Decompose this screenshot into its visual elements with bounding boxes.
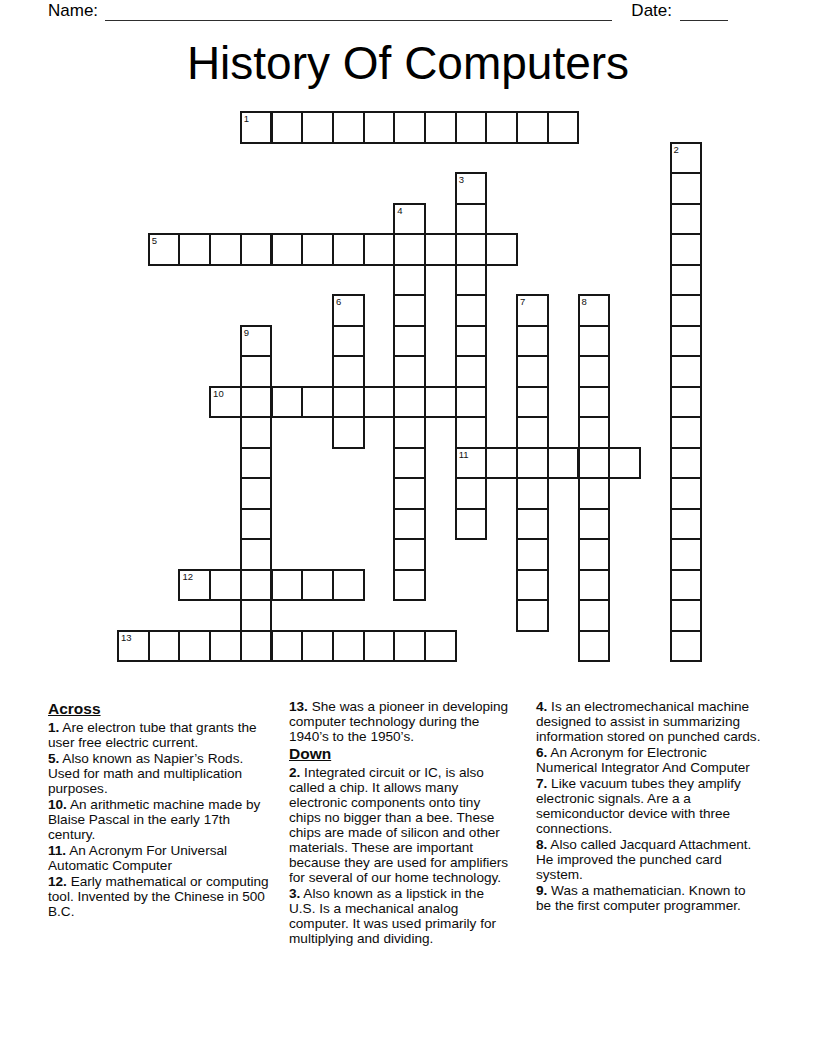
grid-cell-r12c18[interactable] (670, 477, 703, 510)
grid-cell-r0c8[interactable] (363, 111, 396, 144)
clue-number: 10. (48, 797, 67, 812)
clue-7: 7. Like vacuum tubes they amplify electr… (536, 776, 761, 836)
grid-cell-r7c7[interactable] (332, 325, 365, 358)
clue-2: 2. Integrated circuit or IC, is also cal… (289, 765, 514, 885)
grid-cell-r4c8[interactable] (363, 233, 396, 266)
grid-cell-r13c11[interactable] (455, 508, 488, 541)
grid-cell-r8c4[interactable] (240, 355, 273, 388)
cell-number-10: 10 (213, 388, 224, 399)
grid-cell-r9c4[interactable] (240, 386, 273, 419)
grid-cell-r6c11[interactable] (455, 294, 488, 327)
grid-cell-r14c15[interactable] (578, 538, 611, 571)
grid-cell-r12c9[interactable] (393, 477, 426, 510)
clue-number: 3. (289, 886, 300, 901)
grid-cell-r7c4[interactable]: 9 (240, 325, 273, 358)
clue-number: 11. (48, 843, 66, 858)
grid-cell-r11c13[interactable] (516, 447, 549, 480)
grid-cell-r4c6[interactable] (301, 233, 334, 266)
grid-cell-r17c5[interactable] (271, 630, 304, 663)
grid-cell-r4c4[interactable] (240, 233, 273, 266)
clue-number: 9. (536, 883, 547, 898)
crossword-grid: 15101112132346789 (117, 111, 703, 663)
clue-5: 5. Also known as Napier’s Rods. Used for… (48, 751, 273, 796)
grid-cell-r8c7[interactable] (332, 355, 365, 388)
grid-cell-r8c9[interactable] (393, 355, 426, 388)
grid-cell-r5c11[interactable] (455, 264, 488, 297)
grid-cell-r7c9[interactable] (393, 325, 426, 358)
clue-1: 1. Are electron tube that grants the use… (48, 720, 273, 750)
grid-cell-r7c13[interactable] (516, 325, 549, 358)
grid-cell-r9c6[interactable] (301, 386, 334, 419)
grid-cell-r3c18[interactable] (670, 203, 703, 236)
clue-4: 4. Is an electromechanical machine desig… (536, 699, 761, 744)
grid-cell-r4c5[interactable] (271, 233, 304, 266)
grid-cell-r4c3[interactable] (209, 233, 242, 266)
grid-cell-r1c18[interactable]: 2 (670, 142, 703, 175)
grid-cell-r6c9[interactable] (393, 294, 426, 327)
grid-cell-r17c18[interactable] (670, 630, 703, 663)
clue-13: 13. She was a pioneer in developing comp… (289, 699, 514, 744)
grid-cell-r9c7[interactable] (332, 386, 365, 419)
cell-number-6: 6 (336, 296, 341, 307)
cell-number-5: 5 (152, 235, 157, 246)
grid-cell-r10c15[interactable] (578, 416, 611, 449)
date-input-line[interactable] (680, 0, 728, 21)
grid-cell-r17c8[interactable] (363, 630, 396, 663)
clue-number: 2. (289, 765, 300, 780)
grid-cell-r16c13[interactable] (516, 599, 549, 632)
across-header: Across (48, 700, 273, 717)
grid-cell-r13c13[interactable] (516, 508, 549, 541)
grid-cell-r9c9[interactable] (393, 386, 426, 419)
grid-cell-r7c18[interactable] (670, 325, 703, 358)
grid-cell-r11c15[interactable] (578, 447, 611, 480)
grid-cell-r6c18[interactable] (670, 294, 703, 327)
grid-cell-r10c9[interactable] (393, 416, 426, 449)
down-header: Down (289, 745, 514, 762)
grid-cell-r14c4[interactable] (240, 538, 273, 571)
grid-cell-r9c15[interactable] (578, 386, 611, 419)
grid-cell-r14c18[interactable] (670, 538, 703, 571)
grid-cell-r17c7[interactable] (332, 630, 365, 663)
grid-cell-r0c14[interactable] (547, 111, 580, 144)
grid-cell-r4c1[interactable]: 5 (148, 233, 181, 266)
clue-column-1: Across1. Are electron tube that grants t… (48, 699, 273, 920)
cell-number-7: 7 (520, 296, 525, 307)
clue-11: 11. An Acronym For Universal Automatic C… (48, 843, 273, 873)
grid-cell-r16c18[interactable] (670, 599, 703, 632)
name-date-bar: Name: Date: (48, 0, 728, 21)
cell-number-9: 9 (244, 327, 249, 338)
cell-number-4: 4 (397, 205, 402, 216)
grid-cell-r15c3[interactable] (209, 569, 242, 602)
grid-cell-r4c7[interactable] (332, 233, 365, 266)
grid-cell-r3c9[interactable]: 4 (393, 203, 426, 236)
grid-cell-r2c18[interactable] (670, 172, 703, 205)
clue-number: 5. (48, 751, 59, 766)
grid-cell-r10c18[interactable] (670, 416, 703, 449)
grid-cell-r5c9[interactable] (393, 264, 426, 297)
grid-cell-r4c18[interactable] (670, 233, 703, 266)
clue-number: 1. (48, 720, 59, 735)
grid-cell-r0c13[interactable] (516, 111, 549, 144)
grid-cell-r9c10[interactable] (424, 386, 457, 419)
grid-cell-r11c12[interactable] (485, 447, 518, 480)
grid-cell-r9c13[interactable] (516, 386, 549, 419)
grid-cell-r9c18[interactable] (670, 386, 703, 419)
cell-number-13: 13 (121, 632, 132, 643)
grid-cell-r8c18[interactable] (670, 355, 703, 388)
grid-cell-r9c5[interactable] (271, 386, 304, 419)
grid-cell-r15c2[interactable]: 12 (178, 569, 211, 602)
grid-cell-r10c11[interactable] (455, 416, 488, 449)
grid-cell-r14c13[interactable] (516, 538, 549, 571)
clue-9: 9. Was a mathematician. Known to be the … (536, 883, 761, 913)
clue-number: 6. (536, 745, 547, 760)
grid-cell-r4c2[interactable] (178, 233, 211, 266)
grid-cell-r11c14[interactable] (547, 447, 580, 480)
grid-cell-r6c7[interactable]: 6 (332, 294, 365, 327)
grid-cell-r0c4[interactable]: 1 (240, 111, 273, 144)
grid-cell-r17c4[interactable] (240, 630, 273, 663)
clue-8: 8. Also called Jacquard Attachment. He i… (536, 837, 761, 882)
grid-cell-r15c15[interactable] (578, 569, 611, 602)
grid-cell-r4c10[interactable] (424, 233, 457, 266)
grid-cell-r8c13[interactable] (516, 355, 549, 388)
grid-cell-r15c5[interactable] (271, 569, 304, 602)
grid-cell-r0c10[interactable] (424, 111, 457, 144)
clue-column-3: 4. Is an electromechanical machine desig… (536, 699, 761, 914)
grid-cell-r0c7[interactable] (332, 111, 365, 144)
grid-cell-r13c15[interactable] (578, 508, 611, 541)
grid-cell-r3c11[interactable] (455, 203, 488, 236)
clue-number: 4. (536, 699, 547, 714)
grid-cell-r11c11[interactable]: 11 (455, 447, 488, 480)
grid-cell-r17c0[interactable]: 13 (117, 630, 150, 663)
grid-cell-r10c7[interactable] (332, 416, 365, 449)
grid-cell-r8c11[interactable] (455, 355, 488, 388)
cell-number-11: 11 (459, 449, 469, 460)
grid-cell-r0c12[interactable] (485, 111, 518, 144)
grid-cell-r12c15[interactable] (578, 477, 611, 510)
grid-cell-r11c16[interactable] (608, 447, 641, 480)
cell-number-12: 12 (182, 571, 193, 582)
clue-3: 3. Also known as a lipstick in the U.S. … (289, 886, 514, 946)
grid-cell-r16c4[interactable] (240, 599, 273, 632)
grid-cell-r13c9[interactable] (393, 508, 426, 541)
clue-column-2: 13. She was a pioneer in developing comp… (289, 699, 514, 947)
clue-10: 10. An arithmetic machine made by Blaise… (48, 797, 273, 842)
cell-number-2: 2 (674, 144, 679, 155)
grid-cell-r11c4[interactable] (240, 447, 273, 480)
grid-cell-r0c9[interactable] (393, 111, 426, 144)
grid-cell-r9c8[interactable] (363, 386, 396, 419)
grid-cell-r15c6[interactable] (301, 569, 334, 602)
grid-cell-r15c7[interactable] (332, 569, 365, 602)
grid-cell-r9c11[interactable] (455, 386, 488, 419)
grid-cell-r9c3[interactable]: 10 (209, 386, 242, 419)
grid-cell-r15c4[interactable] (240, 569, 273, 602)
grid-cell-r17c10[interactable] (424, 630, 457, 663)
grid-cell-r0c6[interactable] (301, 111, 334, 144)
grid-cell-r10c4[interactable] (240, 416, 273, 449)
clue-number: 12. (48, 874, 67, 889)
grid-cell-r11c18[interactable] (670, 447, 703, 480)
grid-cell-r4c11[interactable] (455, 233, 488, 266)
grid-cell-r17c2[interactable] (178, 630, 211, 663)
cell-number-3: 3 (459, 174, 464, 185)
grid-cell-r12c13[interactable] (516, 477, 549, 510)
date-label: Date: (631, 1, 672, 21)
grid-cell-r17c9[interactable] (393, 630, 426, 663)
name-label: Name: (48, 1, 98, 21)
grid-cell-r4c12[interactable] (485, 233, 518, 266)
clue-12: 12. Early mathematical or computing tool… (48, 874, 273, 919)
grid-cell-r7c15[interactable] (578, 325, 611, 358)
grid-cell-r17c6[interactable] (301, 630, 334, 663)
clue-number: 8. (536, 837, 547, 852)
grid-cell-r12c11[interactable] (455, 477, 488, 510)
grid-cell-r15c9[interactable] (393, 569, 426, 602)
grid-cell-r4c9[interactable] (393, 233, 426, 266)
grid-cell-r11c9[interactable] (393, 447, 426, 480)
grid-cell-r17c15[interactable] (578, 630, 611, 663)
grid-cell-r13c18[interactable] (670, 508, 703, 541)
cell-number-1: 1 (244, 113, 249, 124)
clue-number: 13. (289, 699, 308, 714)
name-input-line[interactable] (105, 0, 612, 21)
grid-cell-r10c13[interactable] (516, 416, 549, 449)
grid-cell-r15c13[interactable] (516, 569, 549, 602)
grid-cell-r12c4[interactable] (240, 477, 273, 510)
grid-cell-r8c15[interactable] (578, 355, 611, 388)
grid-cell-r7c11[interactable] (455, 325, 488, 358)
grid-cell-r15c18[interactable] (670, 569, 703, 602)
grid-cell-r2c11[interactable]: 3 (455, 172, 488, 205)
page-title: History Of Computers (0, 36, 816, 90)
cell-number-8: 8 (582, 296, 587, 307)
grid-cell-r16c15[interactable] (578, 599, 611, 632)
grid-cell-r13c4[interactable] (240, 508, 273, 541)
clue-number: 7. (536, 776, 547, 791)
grid-cell-r5c18[interactable] (670, 264, 703, 297)
grid-cell-r6c15[interactable]: 8 (578, 294, 611, 327)
grid-cell-r14c9[interactable] (393, 538, 426, 571)
grid-cell-r17c1[interactable] (148, 630, 181, 663)
grid-cell-r0c11[interactable] (455, 111, 488, 144)
grid-cell-r17c3[interactable] (209, 630, 242, 663)
grid-cell-r6c13[interactable]: 7 (516, 294, 549, 327)
grid-cell-r0c5[interactable] (271, 111, 304, 144)
clue-6: 6. An Acronym for Electronic Numerical I… (536, 745, 761, 775)
